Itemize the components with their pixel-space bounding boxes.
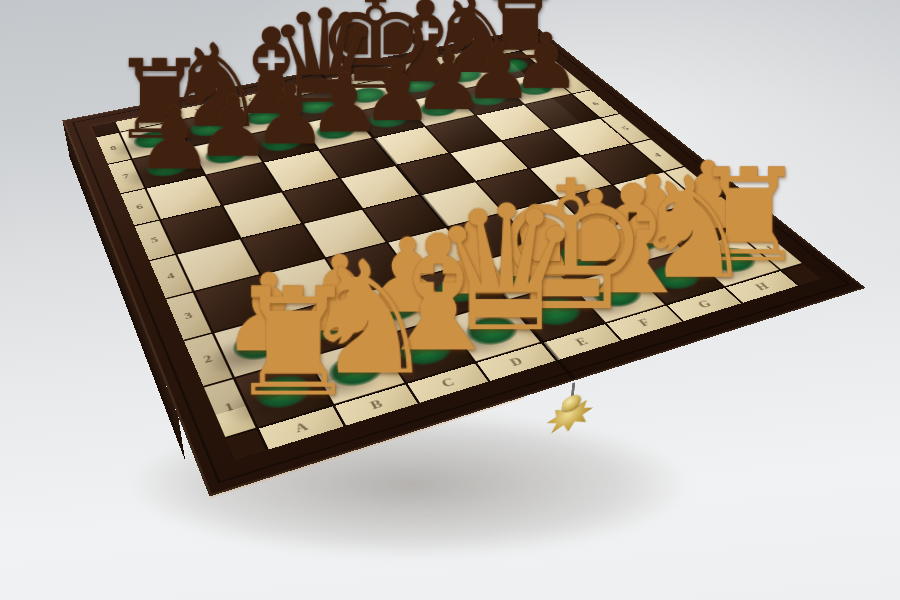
rank-label-4: 4: [165, 270, 176, 282]
rank-label-5: 5: [149, 235, 160, 246]
piece-black-p-a7[interactable]: ♟: [136, 100, 213, 179]
rank-label-5: 5: [619, 124, 632, 132]
file-label-C: C: [438, 375, 457, 391]
rank-label-6: 6: [134, 202, 144, 212]
rank-label-cell: 5: [601, 114, 650, 143]
rank-label-3: 3: [182, 309, 194, 322]
photo-scene: ABCDEFGH8♜♞♝♛♚♝♞♜87♟♟♟♟♟♟♟♟7665544332♟♟♟…: [0, 0, 900, 600]
file-label-A: A: [292, 419, 311, 436]
piece-white-r-a1[interactable]: ♜: [227, 275, 361, 412]
file-label-B: B: [367, 397, 385, 413]
rank-label-6: 6: [589, 100, 601, 107]
